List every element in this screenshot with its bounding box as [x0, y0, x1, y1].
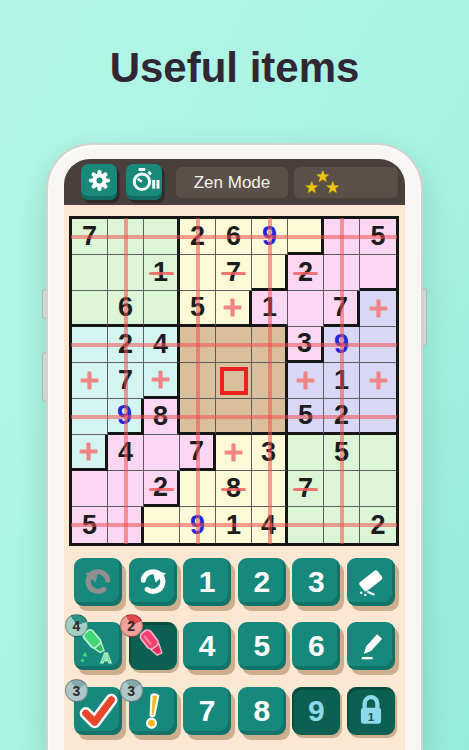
undo-button[interactable]	[74, 558, 122, 606]
phone-mockup: Zen Mode ★★★ 726951726517243971985247352…	[46, 143, 423, 750]
items-row-1: 123	[74, 558, 395, 606]
cell-r3c1[interactable]	[72, 291, 108, 327]
cell-r6c7[interactable]: 5	[288, 399, 324, 435]
plus-mark	[222, 297, 243, 318]
given-digit: 6	[118, 294, 133, 321]
cell-r1c7[interactable]	[288, 219, 324, 255]
strikethrough-mark	[221, 272, 246, 276]
cell-r5c8[interactable]: 1	[324, 363, 360, 399]
remaining-count-badge: 4	[65, 614, 88, 637]
cell-r1c2[interactable]	[108, 219, 144, 255]
given-digit: 1	[226, 512, 241, 539]
redo-button[interactable]	[129, 558, 177, 606]
cell-r1c1[interactable]: 7	[72, 219, 108, 255]
cell-r5c6[interactable]	[252, 363, 288, 399]
cell-r4c2[interactable]: 2	[108, 327, 144, 363]
user-digit: 9	[334, 331, 349, 358]
given-digit: 4	[153, 331, 168, 358]
cell-r6c1[interactable]	[72, 399, 108, 435]
button-label: 7	[199, 694, 216, 728]
button-label: 2	[253, 565, 270, 599]
button-label: 5	[253, 629, 270, 663]
pencil-icon	[355, 631, 386, 662]
cell-r6c6[interactable]	[252, 399, 288, 435]
cell-r6c2[interactable]: 9	[108, 399, 144, 435]
cell-r9c9[interactable]: 2	[360, 507, 396, 543]
number-5-button[interactable]: 5	[238, 622, 286, 670]
cell-r1c6[interactable]: 9	[252, 219, 288, 255]
strikethrough-mark	[149, 272, 174, 276]
given-digit: 5	[190, 294, 205, 321]
svg-text:A: A	[100, 649, 111, 666]
cell-r2c1[interactable]	[72, 255, 108, 291]
promo-screenshot: Useful items	[0, 0, 469, 750]
cell-r2c4[interactable]	[180, 255, 216, 291]
given-digit: 8	[153, 403, 168, 430]
cell-r7c8[interactable]: 5	[324, 435, 360, 471]
cell-r9c1[interactable]: 5	[72, 507, 108, 543]
cell-r7c9[interactable]	[360, 435, 396, 471]
cell-r8c2[interactable]	[108, 471, 144, 507]
given-digit: 7	[189, 438, 204, 465]
cell-r3c6[interactable]: 1	[252, 291, 288, 327]
given-digit: 3	[261, 439, 276, 466]
strikethrough-mark	[149, 488, 174, 492]
cell-r7c6[interactable]: 3	[252, 435, 288, 471]
user-digit: 9	[117, 402, 132, 429]
given-digit: 6	[226, 223, 241, 250]
svg-text:1: 1	[368, 710, 375, 723]
cell-r1c5[interactable]: 6	[216, 219, 252, 255]
cell-r5c7[interactable]	[288, 363, 324, 399]
pencil-button[interactable]	[347, 622, 395, 670]
star-icon: ★	[304, 179, 319, 196]
cell-r2c9[interactable]	[360, 255, 396, 291]
given-digit: 4	[118, 439, 133, 466]
button-label: 3	[308, 565, 325, 599]
user-digit: 9	[190, 512, 205, 539]
cell-r5c1[interactable]	[72, 363, 108, 399]
redo-icon	[136, 566, 169, 599]
cell-r9c8[interactable]	[324, 507, 360, 543]
given-digit: 5	[334, 439, 349, 466]
undo-icon	[82, 566, 115, 599]
given-digit: 2	[334, 402, 349, 429]
phone-screen: Zen Mode ★★★ 726951726517243971985247352…	[64, 159, 405, 750]
user-digit: 9	[262, 223, 277, 250]
given-digit: 5	[82, 512, 97, 539]
cell-r3c5[interactable]	[216, 291, 252, 327]
cell-r9c2[interactable]	[108, 507, 144, 543]
given-digit: 7	[333, 294, 348, 321]
cell-r3c2[interactable]: 6	[108, 291, 144, 327]
hint-button[interactable]: 3	[129, 687, 177, 735]
eraser-button[interactable]	[347, 558, 395, 606]
lock-icon: 1	[354, 693, 388, 729]
number-1-button[interactable]: 1	[183, 558, 231, 606]
cell-r2c5[interactable]: 7	[216, 255, 252, 291]
cell-r7c4[interactable]: 7	[180, 435, 216, 471]
cell-r6c4[interactable]	[180, 399, 216, 435]
button-label: 9	[308, 694, 325, 728]
cell-r9c6[interactable]: 4	[252, 507, 288, 543]
cell-r2c7[interactable]: 2	[288, 255, 324, 291]
cell-r7c5[interactable]	[216, 435, 252, 471]
button-label: 4	[199, 629, 216, 663]
cell-r6c8[interactable]: 2	[324, 399, 360, 435]
cell-r4c6[interactable]	[252, 327, 288, 363]
cell-r2c3[interactable]: 1	[144, 255, 180, 291]
plus-mark	[368, 370, 389, 391]
button-label: 6	[308, 629, 325, 663]
cell-r1c8[interactable]	[324, 219, 360, 255]
cell-r1c3[interactable]	[144, 219, 180, 255]
cell-r7c1[interactable]	[72, 435, 108, 471]
given-digit: 2	[370, 512, 385, 539]
plus-mark	[79, 370, 100, 391]
cell-r5c2[interactable]: 7	[108, 363, 144, 399]
items-row-2: A42456	[74, 622, 395, 670]
cell-r8c1[interactable]	[72, 471, 108, 507]
cell-r2c8[interactable]	[324, 255, 360, 291]
app-toolbar: Zen Mode ★★★	[64, 159, 405, 205]
cell-r8c8[interactable]	[324, 471, 360, 507]
given-digit: 2	[118, 331, 133, 358]
cell-r4c3[interactable]: 4	[144, 327, 180, 363]
number-3-button[interactable]: 3	[292, 558, 340, 606]
cell-r8c5[interactable]: 8	[216, 471, 252, 507]
cell-r6c5[interactable]	[216, 399, 252, 435]
button-label: 1	[199, 565, 216, 599]
cell-r5c9[interactable]	[360, 363, 396, 399]
cell-r7c3[interactable]	[144, 435, 180, 471]
cell-r5c3[interactable]	[144, 363, 180, 399]
cell-r8c7[interactable]: 7	[288, 471, 324, 507]
mode-label: Zen Mode	[194, 173, 271, 193]
star-icon: ★	[325, 179, 340, 196]
plus-mark	[368, 298, 389, 319]
cell-r4c5[interactable]	[216, 327, 252, 363]
lock-button[interactable]: 1	[347, 687, 395, 735]
cell-r8c9[interactable]	[360, 471, 396, 507]
given-digit: 3	[297, 330, 312, 357]
number-2-button[interactable]: 2	[238, 558, 286, 606]
given-digit: 5	[370, 223, 385, 250]
cell-r4c9[interactable]	[360, 327, 396, 363]
strikethrough-mark	[293, 272, 318, 276]
cell-r3c8[interactable]: 7	[324, 291, 360, 327]
cell-r5c4[interactable]	[180, 363, 216, 399]
given-digit: 5	[298, 402, 313, 429]
cell-r4c1[interactable]	[72, 327, 108, 363]
stars-box: ★★★	[294, 167, 398, 198]
cell-r1c9[interactable]: 5	[360, 219, 396, 255]
sudoku-grid: 7269517265172439719852473528759142	[72, 219, 396, 543]
cell-r8c6[interactable]	[252, 471, 288, 507]
cell-r8c3[interactable]: 2	[144, 471, 180, 507]
given-digit: 1	[334, 367, 349, 394]
timer-button[interactable]	[126, 164, 162, 200]
button-label: 8	[253, 694, 270, 728]
mode-label-box: Zen Mode	[176, 167, 288, 198]
gear-icon	[86, 167, 113, 198]
plus-mark	[150, 369, 171, 390]
green-pen-button[interactable]: A4	[74, 622, 122, 670]
cell-r9c7[interactable]	[288, 507, 324, 543]
cell-r4c7[interactable]: 3	[288, 327, 324, 363]
check-button[interactable]: 3	[74, 687, 122, 735]
remaining-count-badge: 3	[65, 679, 88, 702]
red-marker-button[interactable]: 2	[129, 622, 177, 670]
cell-r3c4[interactable]: 5	[180, 291, 216, 327]
number-4-button[interactable]: 4	[183, 622, 231, 670]
given-digit: 7	[82, 223, 97, 250]
plus-mark	[223, 442, 244, 463]
cell-r4c4[interactable]	[180, 327, 216, 363]
plus-mark	[295, 370, 316, 391]
number-8-button[interactable]: 8	[238, 687, 286, 735]
strikethrough-mark	[293, 488, 318, 492]
number-9-button[interactable]: 9	[292, 687, 340, 735]
cell-r8c4[interactable]	[180, 471, 216, 507]
stopwatch-icon	[129, 167, 160, 197]
cell-r9c4[interactable]: 9	[180, 507, 216, 543]
given-digit: 1	[262, 294, 277, 321]
cell-r6c9[interactable]	[360, 399, 396, 435]
cell-r4c8[interactable]: 9	[324, 327, 360, 363]
cell-r3c9[interactable]	[360, 291, 396, 327]
eraser-icon	[354, 566, 387, 599]
remaining-count-badge: 2	[120, 614, 143, 637]
cell-r7c7[interactable]	[288, 435, 324, 471]
cell-r1c4[interactable]: 2	[180, 219, 216, 255]
items-row-3: 337891	[74, 687, 395, 735]
cell-r9c5[interactable]: 1	[216, 507, 252, 543]
given-digit: 4	[261, 512, 276, 539]
strikethrough-mark	[221, 488, 246, 492]
settings-button[interactable]	[81, 164, 117, 200]
given-digit: 2	[190, 223, 205, 250]
cell-r5c5[interactable]	[216, 363, 252, 399]
number-7-button[interactable]: 7	[183, 687, 231, 735]
sudoku-board: 7269517265172439719852473528759142	[69, 216, 399, 546]
cell-r2c2[interactable]	[108, 255, 144, 291]
cell-r6c3[interactable]: 8	[144, 399, 180, 435]
plus-mark	[78, 441, 99, 462]
cell-r7c2[interactable]: 4	[108, 435, 144, 471]
cell-r9c3[interactable]	[144, 507, 180, 543]
remaining-count-badge: 3	[120, 679, 143, 702]
cell-r3c3[interactable]	[144, 291, 180, 327]
cell-r2c6[interactable]	[252, 255, 288, 291]
given-digit: 7	[118, 367, 133, 394]
number-6-button[interactable]: 6	[292, 622, 340, 670]
page-title: Useful items	[0, 44, 469, 92]
cell-r3c7[interactable]	[288, 291, 324, 327]
